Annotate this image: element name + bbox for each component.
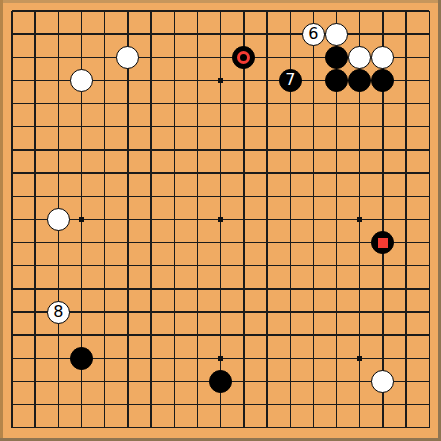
intersection-6-16[interactable]	[116, 347, 139, 370]
intersection-8-11[interactable]	[163, 231, 186, 254]
intersection-5-5[interactable]	[93, 92, 116, 115]
intersection-14-12[interactable]	[302, 254, 325, 277]
intersection-4-10[interactable]	[70, 208, 93, 231]
intersection-11-9[interactable]	[232, 185, 255, 208]
intersection-10-2[interactable]	[209, 23, 232, 46]
intersection-17-16[interactable]	[371, 347, 394, 370]
intersection-16-7[interactable]	[348, 138, 371, 161]
intersection-6-5[interactable]	[116, 92, 139, 115]
intersection-7-18[interactable]	[140, 393, 163, 416]
intersection-12-17[interactable]	[255, 370, 278, 393]
intersection-11-14[interactable]	[232, 300, 255, 323]
intersection-2-16[interactable]	[24, 347, 47, 370]
intersection-3-9[interactable]	[47, 185, 70, 208]
intersection-5-17[interactable]	[93, 370, 116, 393]
intersection-6-9[interactable]	[116, 185, 139, 208]
intersection-9-6[interactable]	[186, 115, 209, 138]
intersection-6-4[interactable]	[116, 69, 139, 92]
intersection-17-4[interactable]	[371, 69, 394, 92]
intersection-18-9[interactable]	[395, 185, 418, 208]
intersection-4-9[interactable]	[70, 185, 93, 208]
intersection-4-15[interactable]	[70, 324, 93, 347]
intersection-13-3[interactable]	[279, 46, 302, 69]
intersection-1-12[interactable]	[0, 254, 23, 277]
intersection-5-4[interactable]	[93, 69, 116, 92]
intersection-1-11[interactable]	[0, 231, 23, 254]
intersection-10-1[interactable]	[209, 0, 232, 23]
intersection-14-14[interactable]	[302, 300, 325, 323]
intersection-14-18[interactable]	[302, 393, 325, 416]
intersection-14-11[interactable]	[302, 231, 325, 254]
intersection-2-10[interactable]	[24, 208, 47, 231]
intersection-9-13[interactable]	[186, 277, 209, 300]
intersection-1-16[interactable]	[0, 347, 23, 370]
intersection-4-18[interactable]	[70, 393, 93, 416]
intersection-6-6[interactable]	[116, 115, 139, 138]
intersection-2-18[interactable]	[24, 393, 47, 416]
intersection-5-8[interactable]	[93, 162, 116, 185]
intersection-11-4[interactable]	[232, 69, 255, 92]
intersection-7-8[interactable]	[140, 162, 163, 185]
intersection-15-7[interactable]	[325, 138, 348, 161]
intersection-15-6[interactable]	[325, 115, 348, 138]
intersection-2-2[interactable]	[24, 23, 47, 46]
intersection-13-15[interactable]	[279, 324, 302, 347]
intersection-14-3[interactable]	[302, 46, 325, 69]
intersection-5-6[interactable]	[93, 115, 116, 138]
intersection-17-9[interactable]	[371, 185, 394, 208]
intersection-11-3[interactable]	[232, 46, 255, 69]
intersection-18-6[interactable]	[395, 115, 418, 138]
intersection-1-15[interactable]	[0, 324, 23, 347]
intersection-7-10[interactable]	[140, 208, 163, 231]
intersection-2-9[interactable]	[24, 185, 47, 208]
intersection-12-16[interactable]	[255, 347, 278, 370]
intersection-15-19[interactable]	[325, 416, 348, 439]
intersection-15-11[interactable]	[325, 231, 348, 254]
intersection-8-5[interactable]	[163, 92, 186, 115]
intersection-1-19[interactable]	[0, 416, 23, 439]
intersection-4-16[interactable]	[70, 347, 93, 370]
intersection-1-2[interactable]	[0, 23, 23, 46]
intersection-16-2[interactable]	[348, 23, 371, 46]
intersection-12-2[interactable]	[255, 23, 278, 46]
intersection-7-12[interactable]	[140, 254, 163, 277]
intersection-11-1[interactable]	[232, 0, 255, 23]
intersection-10-10[interactable]	[209, 208, 232, 231]
intersection-6-7[interactable]	[116, 138, 139, 161]
intersection-8-16[interactable]	[163, 347, 186, 370]
intersection-15-9[interactable]	[325, 185, 348, 208]
intersection-3-5[interactable]	[47, 92, 70, 115]
intersection-10-17[interactable]	[209, 370, 232, 393]
intersection-2-13[interactable]	[24, 277, 47, 300]
intersection-4-3[interactable]	[70, 46, 93, 69]
intersection-18-15[interactable]	[395, 324, 418, 347]
intersection-8-1[interactable]	[163, 0, 186, 23]
intersection-5-13[interactable]	[93, 277, 116, 300]
intersection-6-15[interactable]	[116, 324, 139, 347]
intersection-7-2[interactable]	[140, 23, 163, 46]
intersection-8-4[interactable]	[163, 69, 186, 92]
intersection-4-13[interactable]	[70, 277, 93, 300]
intersection-6-13[interactable]	[116, 277, 139, 300]
intersection-3-19[interactable]	[47, 416, 70, 439]
intersection-1-6[interactable]	[0, 115, 23, 138]
intersection-9-5[interactable]	[186, 92, 209, 115]
intersection-6-17[interactable]	[116, 370, 139, 393]
intersection-13-10[interactable]	[279, 208, 302, 231]
intersection-15-1[interactable]	[325, 0, 348, 23]
intersection-10-19[interactable]	[209, 416, 232, 439]
intersection-12-10[interactable]	[255, 208, 278, 231]
intersection-8-6[interactable]	[163, 115, 186, 138]
intersection-3-14[interactable]: 8	[47, 300, 70, 323]
intersection-2-4[interactable]	[24, 69, 47, 92]
intersection-12-9[interactable]	[255, 185, 278, 208]
intersection-9-10[interactable]	[186, 208, 209, 231]
intersection-4-12[interactable]	[70, 254, 93, 277]
intersection-17-11[interactable]	[371, 231, 394, 254]
intersection-12-1[interactable]	[255, 0, 278, 23]
intersection-9-9[interactable]	[186, 185, 209, 208]
intersection-15-3[interactable]	[325, 46, 348, 69]
intersection-9-12[interactable]	[186, 254, 209, 277]
intersection-14-2[interactable]: 6	[302, 23, 325, 46]
intersection-1-14[interactable]	[0, 300, 23, 323]
intersection-2-17[interactable]	[24, 370, 47, 393]
intersection-9-4[interactable]	[186, 69, 209, 92]
intersection-2-19[interactable]	[24, 416, 47, 439]
intersection-13-14[interactable]	[279, 300, 302, 323]
intersection-5-2[interactable]	[93, 23, 116, 46]
intersection-2-1[interactable]	[24, 0, 47, 23]
intersection-16-9[interactable]	[348, 185, 371, 208]
intersection-12-14[interactable]	[255, 300, 278, 323]
intersection-18-2[interactable]	[395, 23, 418, 46]
intersection-17-6[interactable]	[371, 115, 394, 138]
intersection-17-7[interactable]	[371, 138, 394, 161]
intersection-8-14[interactable]	[163, 300, 186, 323]
intersection-18-7[interactable]	[395, 138, 418, 161]
intersection-5-14[interactable]	[93, 300, 116, 323]
intersection-5-12[interactable]	[93, 254, 116, 277]
intersection-12-13[interactable]	[255, 277, 278, 300]
intersection-16-16[interactable]	[348, 347, 371, 370]
intersection-7-17[interactable]	[140, 370, 163, 393]
intersection-8-15[interactable]	[163, 324, 186, 347]
intersection-3-8[interactable]	[47, 162, 70, 185]
intersection-8-12[interactable]	[163, 254, 186, 277]
intersection-18-19[interactable]	[395, 416, 418, 439]
intersection-16-4[interactable]	[348, 69, 371, 92]
intersection-7-1[interactable]	[140, 0, 163, 23]
intersection-2-5[interactable]	[24, 92, 47, 115]
intersection-3-13[interactable]	[47, 277, 70, 300]
intersection-10-18[interactable]	[209, 393, 232, 416]
intersection-12-7[interactable]	[255, 138, 278, 161]
intersection-9-1[interactable]	[186, 0, 209, 23]
intersection-10-9[interactable]	[209, 185, 232, 208]
intersection-16-8[interactable]	[348, 162, 371, 185]
intersection-15-2[interactable]	[325, 23, 348, 46]
intersection-7-7[interactable]	[140, 138, 163, 161]
intersection-12-19[interactable]	[255, 416, 278, 439]
intersection-11-15[interactable]	[232, 324, 255, 347]
intersection-12-11[interactable]	[255, 231, 278, 254]
intersection-18-14[interactable]	[395, 300, 418, 323]
intersection-17-8[interactable]	[371, 162, 394, 185]
intersection-14-10[interactable]	[302, 208, 325, 231]
intersection-8-7[interactable]	[163, 138, 186, 161]
intersection-17-14[interactable]	[371, 300, 394, 323]
intersection-7-15[interactable]	[140, 324, 163, 347]
intersection-11-19[interactable]	[232, 416, 255, 439]
intersection-13-5[interactable]	[279, 92, 302, 115]
intersection-14-1[interactable]	[302, 0, 325, 23]
intersection-12-18[interactable]	[255, 393, 278, 416]
intersection-15-14[interactable]	[325, 300, 348, 323]
intersection-13-16[interactable]	[279, 347, 302, 370]
intersection-13-12[interactable]	[279, 254, 302, 277]
intersection-15-15[interactable]	[325, 324, 348, 347]
intersection-17-5[interactable]	[371, 92, 394, 115]
intersection-11-16[interactable]	[232, 347, 255, 370]
intersection-5-1[interactable]	[93, 0, 116, 23]
intersection-11-5[interactable]	[232, 92, 255, 115]
intersection-12-12[interactable]	[255, 254, 278, 277]
intersection-12-5[interactable]	[255, 92, 278, 115]
intersection-12-8[interactable]	[255, 162, 278, 185]
intersection-6-3[interactable]	[116, 46, 139, 69]
intersection-4-7[interactable]	[70, 138, 93, 161]
intersection-9-17[interactable]	[186, 370, 209, 393]
intersection-6-8[interactable]	[116, 162, 139, 185]
intersection-5-15[interactable]	[93, 324, 116, 347]
intersection-3-1[interactable]	[47, 0, 70, 23]
intersection-11-13[interactable]	[232, 277, 255, 300]
intersection-16-6[interactable]	[348, 115, 371, 138]
intersection-3-7[interactable]	[47, 138, 70, 161]
intersection-4-4[interactable]	[70, 69, 93, 92]
intersection-7-6[interactable]	[140, 115, 163, 138]
intersection-17-15[interactable]	[371, 324, 394, 347]
intersection-13-2[interactable]	[279, 23, 302, 46]
intersection-14-7[interactable]	[302, 138, 325, 161]
intersection-17-2[interactable]	[371, 23, 394, 46]
intersection-11-18[interactable]	[232, 393, 255, 416]
intersection-16-3[interactable]	[348, 46, 371, 69]
intersection-13-8[interactable]	[279, 162, 302, 185]
intersection-13-1[interactable]	[279, 0, 302, 23]
intersection-9-8[interactable]	[186, 162, 209, 185]
intersection-18-5[interactable]	[395, 92, 418, 115]
intersection-11-10[interactable]	[232, 208, 255, 231]
intersection-4-5[interactable]	[70, 92, 93, 115]
intersection-5-3[interactable]	[93, 46, 116, 69]
intersection-11-7[interactable]	[232, 138, 255, 161]
intersection-9-18[interactable]	[186, 393, 209, 416]
intersection-5-16[interactable]	[93, 347, 116, 370]
intersection-1-10[interactable]	[0, 208, 23, 231]
intersection-18-3[interactable]	[395, 46, 418, 69]
intersection-10-3[interactable]	[209, 46, 232, 69]
intersection-4-1[interactable]	[70, 0, 93, 23]
intersection-3-12[interactable]	[47, 254, 70, 277]
intersection-3-18[interactable]	[47, 393, 70, 416]
intersection-1-13[interactable]	[0, 277, 23, 300]
intersection-8-9[interactable]	[163, 185, 186, 208]
intersection-7-19[interactable]	[140, 416, 163, 439]
intersection-16-13[interactable]	[348, 277, 371, 300]
intersection-10-6[interactable]	[209, 115, 232, 138]
intersection-1-5[interactable]	[0, 92, 23, 115]
intersection-18-18[interactable]	[395, 393, 418, 416]
intersection-1-9[interactable]	[0, 185, 23, 208]
intersection-11-17[interactable]	[232, 370, 255, 393]
intersection-2-7[interactable]	[24, 138, 47, 161]
intersection-15-16[interactable]	[325, 347, 348, 370]
intersection-9-3[interactable]	[186, 46, 209, 69]
intersection-13-9[interactable]	[279, 185, 302, 208]
intersection-15-13[interactable]	[325, 277, 348, 300]
intersection-3-10[interactable]	[47, 208, 70, 231]
intersection-15-8[interactable]	[325, 162, 348, 185]
intersection-10-12[interactable]	[209, 254, 232, 277]
intersection-13-18[interactable]	[279, 393, 302, 416]
intersection-7-3[interactable]	[140, 46, 163, 69]
intersection-14-8[interactable]	[302, 162, 325, 185]
intersection-5-18[interactable]	[93, 393, 116, 416]
intersection-6-11[interactable]	[116, 231, 139, 254]
intersection-16-1[interactable]	[348, 0, 371, 23]
intersection-14-13[interactable]	[302, 277, 325, 300]
intersection-17-12[interactable]	[371, 254, 394, 277]
intersection-7-5[interactable]	[140, 92, 163, 115]
intersection-5-9[interactable]	[93, 185, 116, 208]
intersection-3-4[interactable]	[47, 69, 70, 92]
intersection-16-17[interactable]	[348, 370, 371, 393]
intersection-13-11[interactable]	[279, 231, 302, 254]
intersection-8-8[interactable]	[163, 162, 186, 185]
intersection-10-5[interactable]	[209, 92, 232, 115]
intersection-10-13[interactable]	[209, 277, 232, 300]
intersection-8-3[interactable]	[163, 46, 186, 69]
intersection-7-9[interactable]	[140, 185, 163, 208]
intersection-17-10[interactable]	[371, 208, 394, 231]
intersection-17-13[interactable]	[371, 277, 394, 300]
intersection-14-16[interactable]	[302, 347, 325, 370]
intersection-16-10[interactable]	[348, 208, 371, 231]
intersection-16-12[interactable]	[348, 254, 371, 277]
intersection-16-5[interactable]	[348, 92, 371, 115]
intersection-7-4[interactable]	[140, 69, 163, 92]
intersection-15-10[interactable]	[325, 208, 348, 231]
intersection-1-7[interactable]	[0, 138, 23, 161]
intersection-18-1[interactable]	[395, 0, 418, 23]
intersection-11-12[interactable]	[232, 254, 255, 277]
intersection-14-19[interactable]	[302, 416, 325, 439]
intersection-13-17[interactable]	[279, 370, 302, 393]
intersection-12-15[interactable]	[255, 324, 278, 347]
intersection-10-15[interactable]	[209, 324, 232, 347]
intersection-5-19[interactable]	[93, 416, 116, 439]
intersection-1-18[interactable]	[0, 393, 23, 416]
intersection-15-17[interactable]	[325, 370, 348, 393]
intersection-5-7[interactable]	[93, 138, 116, 161]
intersection-18-10[interactable]	[395, 208, 418, 231]
intersection-18-11[interactable]	[395, 231, 418, 254]
intersection-6-18[interactable]	[116, 393, 139, 416]
intersection-5-10[interactable]	[93, 208, 116, 231]
intersection-2-14[interactable]	[24, 300, 47, 323]
intersection-2-12[interactable]	[24, 254, 47, 277]
intersection-10-4[interactable]	[209, 69, 232, 92]
intersection-14-15[interactable]	[302, 324, 325, 347]
intersection-4-8[interactable]	[70, 162, 93, 185]
intersection-4-2[interactable]	[70, 23, 93, 46]
intersection-10-8[interactable]	[209, 162, 232, 185]
intersection-4-17[interactable]	[70, 370, 93, 393]
intersection-5-11[interactable]	[93, 231, 116, 254]
intersection-17-3[interactable]	[371, 46, 394, 69]
intersection-6-19[interactable]	[116, 416, 139, 439]
intersection-13-19[interactable]	[279, 416, 302, 439]
intersection-4-19[interactable]	[70, 416, 93, 439]
intersection-14-17[interactable]	[302, 370, 325, 393]
intersection-7-16[interactable]	[140, 347, 163, 370]
intersection-9-11[interactable]	[186, 231, 209, 254]
intersection-18-13[interactable]	[395, 277, 418, 300]
intersection-3-15[interactable]	[47, 324, 70, 347]
intersection-11-6[interactable]	[232, 115, 255, 138]
intersection-8-18[interactable]	[163, 393, 186, 416]
intersection-17-1[interactable]	[371, 0, 394, 23]
intersection-16-14[interactable]	[348, 300, 371, 323]
intersection-2-15[interactable]	[24, 324, 47, 347]
intersection-8-2[interactable]	[163, 23, 186, 46]
intersection-8-13[interactable]	[163, 277, 186, 300]
intersection-6-2[interactable]	[116, 23, 139, 46]
intersection-16-11[interactable]	[348, 231, 371, 254]
intersection-18-8[interactable]	[395, 162, 418, 185]
intersection-9-19[interactable]	[186, 416, 209, 439]
intersection-9-16[interactable]	[186, 347, 209, 370]
intersection-15-18[interactable]	[325, 393, 348, 416]
intersection-14-9[interactable]	[302, 185, 325, 208]
intersection-7-13[interactable]	[140, 277, 163, 300]
intersection-11-8[interactable]	[232, 162, 255, 185]
intersection-16-15[interactable]	[348, 324, 371, 347]
intersection-1-1[interactable]	[0, 0, 23, 23]
intersection-14-4[interactable]	[302, 69, 325, 92]
intersection-8-19[interactable]	[163, 416, 186, 439]
intersection-2-6[interactable]	[24, 115, 47, 138]
intersection-17-18[interactable]	[371, 393, 394, 416]
intersection-18-4[interactable]	[395, 69, 418, 92]
intersection-6-1[interactable]	[116, 0, 139, 23]
intersection-16-19[interactable]	[348, 416, 371, 439]
intersection-7-11[interactable]	[140, 231, 163, 254]
intersection-13-4[interactable]: 7	[279, 69, 302, 92]
intersection-10-14[interactable]	[209, 300, 232, 323]
intersection-14-5[interactable]	[302, 92, 325, 115]
intersection-6-10[interactable]	[116, 208, 139, 231]
intersection-4-11[interactable]	[70, 231, 93, 254]
intersection-13-7[interactable]	[279, 138, 302, 161]
intersection-1-17[interactable]	[0, 370, 23, 393]
intersection-9-7[interactable]	[186, 138, 209, 161]
